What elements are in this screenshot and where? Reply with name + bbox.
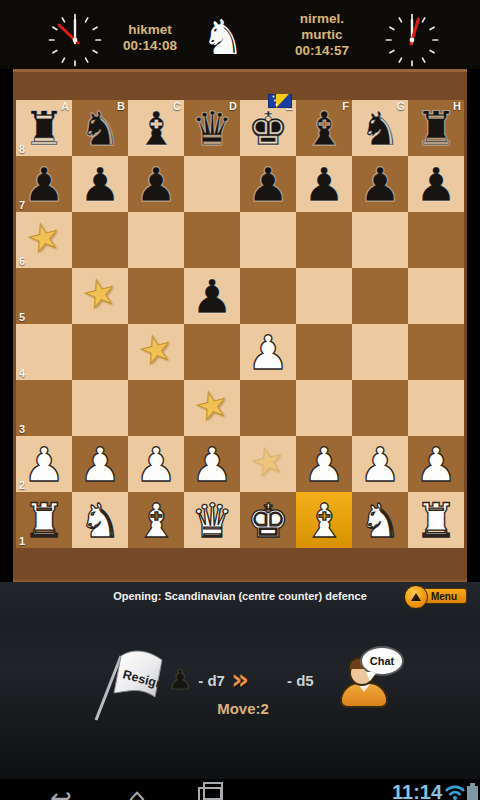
- square-a1[interactable]: 1♜: [16, 492, 72, 548]
- piece-white-pawn[interactable]: ♟: [184, 436, 240, 493]
- square-e6[interactable]: [240, 212, 296, 268]
- move-hint-star: ★: [234, 428, 302, 496]
- square-c8[interactable]: C♝: [128, 100, 184, 156]
- chat-button[interactable]: Chat: [334, 646, 404, 712]
- back-icon[interactable]: ↩: [50, 783, 72, 800]
- piece-black-pawn[interactable]: ♟: [408, 156, 464, 213]
- white-player-time: 00:14:08: [100, 38, 200, 54]
- black-player-time: 00:14:57: [272, 43, 372, 59]
- square-g1[interactable]: ♞: [352, 492, 408, 548]
- piece-white-pawn[interactable]: ♟: [296, 436, 352, 493]
- square-e7[interactable]: ♟: [240, 156, 296, 212]
- chess-board: A8♜B♞C♝D♛E♚F♝G♞H♜7♟♟♟♟♟♟♟6★5★♟4★♟3★2♟♟♟♟…: [16, 100, 464, 548]
- square-g5[interactable]: [352, 268, 408, 324]
- move-number-text: Move:2: [143, 700, 343, 717]
- move-hint-star: ★: [178, 372, 246, 440]
- piece-white-bishop[interactable]: ♝: [296, 492, 352, 549]
- square-d2[interactable]: ♟: [184, 436, 240, 492]
- chess-board-frame: A8♜B♞C♝D♛E♚F♝G♞H♜7♟♟♟♟♟♟♟6★5★♟4★♟3★2♟♟♟♟…: [13, 69, 467, 582]
- wifi-icon: [445, 784, 465, 800]
- square-h4[interactable]: [408, 324, 464, 380]
- black-player-name-line2: murtic: [272, 27, 372, 43]
- menu-up-arrow-button[interactable]: [404, 585, 428, 609]
- piece-black-pawn[interactable]: ♟: [72, 156, 128, 213]
- square-e4[interactable]: ♟: [240, 324, 296, 380]
- square-d6[interactable]: [184, 212, 240, 268]
- square-d5[interactable]: ♟: [184, 268, 240, 324]
- square-f1[interactable]: ♝: [296, 492, 352, 548]
- square-c6[interactable]: [128, 212, 184, 268]
- square-h6[interactable]: [408, 212, 464, 268]
- rank-label-3: 3: [19, 423, 25, 435]
- square-g7[interactable]: ♟: [352, 156, 408, 212]
- rank-label-4: 4: [19, 367, 25, 379]
- piece-white-king[interactable]: ♚: [240, 492, 296, 549]
- square-g8[interactable]: G♞: [352, 100, 408, 156]
- square-g2[interactable]: ♟: [352, 436, 408, 492]
- square-b7[interactable]: ♟: [72, 156, 128, 212]
- move-to-text: - d5: [287, 672, 314, 689]
- square-g3[interactable]: [352, 380, 408, 436]
- square-d7[interactable]: [184, 156, 240, 212]
- square-a8[interactable]: A8♜: [16, 100, 72, 156]
- home-icon[interactable]: ⌂: [128, 782, 146, 800]
- square-c7[interactable]: ♟: [128, 156, 184, 212]
- move-from-text: - d7: [198, 672, 225, 689]
- piece-white-rook[interactable]: ♜: [408, 492, 464, 549]
- bosnia-flag-icon: [268, 94, 292, 108]
- square-f7[interactable]: ♟: [296, 156, 352, 212]
- android-system-bar: ↩ ⌂ 11:14: [0, 779, 480, 800]
- square-h8[interactable]: H♜: [408, 100, 464, 156]
- square-f2[interactable]: ♟: [296, 436, 352, 492]
- square-f8[interactable]: F♝: [296, 100, 352, 156]
- black-player-name-line1: nirmel.: [272, 11, 372, 27]
- move-arrow-icon: »: [231, 663, 249, 696]
- battery-icon: [467, 786, 478, 800]
- square-b2[interactable]: ♟: [72, 436, 128, 492]
- square-b8[interactable]: B♞: [72, 100, 128, 156]
- piece-black-pawn[interactable]: ♟: [296, 156, 352, 213]
- move-hint-star: ★: [122, 316, 190, 384]
- black-player-clock-icon: [383, 11, 441, 69]
- file-label-C: C: [173, 100, 181, 112]
- square-e2[interactable]: ★: [240, 436, 296, 492]
- piece-black-pawn[interactable]: ♟: [240, 156, 296, 213]
- piece-white-knight[interactable]: ♞: [72, 492, 128, 549]
- square-f3[interactable]: [296, 380, 352, 436]
- black-player-info: nirmel. murtic 00:14:57: [272, 11, 372, 59]
- square-b3[interactable]: [72, 380, 128, 436]
- square-h3[interactable]: [408, 380, 464, 436]
- square-f6[interactable]: [296, 212, 352, 268]
- piece-black-pawn[interactable]: ♟: [184, 268, 240, 325]
- file-label-H: H: [453, 100, 461, 112]
- rank-label-8: 8: [19, 143, 25, 155]
- square-c2[interactable]: ♟: [128, 436, 184, 492]
- file-label-A: A: [61, 100, 69, 112]
- file-label-F: F: [342, 100, 349, 112]
- square-d8[interactable]: D♛: [184, 100, 240, 156]
- piece-black-pawn[interactable]: ♟: [352, 156, 408, 213]
- white-player-info: hikmet 00:14:08: [100, 22, 200, 54]
- white-knight-icon: ♞: [194, 8, 252, 66]
- game-header: hikmet 00:14:08 ♞ nirmel. murtic 00:14:5…: [0, 0, 480, 69]
- square-e8[interactable]: E♚: [240, 100, 296, 156]
- file-label-D: D: [229, 100, 237, 112]
- piece-white-pawn[interactable]: ♟: [128, 436, 184, 493]
- recent-apps-icon[interactable]: [198, 787, 222, 800]
- piece-white-pawn[interactable]: ♟: [352, 436, 408, 493]
- rank-label-6: 6: [19, 255, 25, 267]
- black-pawn-icon: ♟: [168, 663, 192, 697]
- white-player-clock-icon: [46, 11, 104, 69]
- rank-label-5: 5: [19, 311, 25, 323]
- piece-white-pawn[interactable]: ♟: [240, 324, 296, 381]
- rank-label-2: 2: [19, 479, 25, 491]
- chess-app-screen: hikmet 00:14:08 ♞ nirmel. murtic 00:14:5…: [0, 0, 480, 800]
- piece-white-pawn[interactable]: ♟: [408, 436, 464, 493]
- square-e1[interactable]: ♚: [240, 492, 296, 548]
- file-label-B: B: [117, 100, 125, 112]
- piece-white-knight[interactable]: ♞: [352, 492, 408, 549]
- move-hint-star: ★: [66, 260, 134, 328]
- white-player-name: hikmet: [100, 22, 200, 38]
- square-d1[interactable]: ♛: [184, 492, 240, 548]
- square-a2[interactable]: 2♟: [16, 436, 72, 492]
- square-a4[interactable]: 4: [16, 324, 72, 380]
- up-triangle-icon: [411, 593, 421, 601]
- system-clock: 11:14: [392, 781, 442, 800]
- last-move-indicator: ♟ - d7 » - d5: [168, 662, 314, 698]
- square-f4[interactable]: [296, 324, 352, 380]
- rank-label-1: 1: [19, 535, 25, 547]
- square-f5[interactable]: [296, 268, 352, 324]
- square-c3[interactable]: [128, 380, 184, 436]
- square-c1[interactable]: ♝: [128, 492, 184, 548]
- chat-bubble-icon: Chat: [360, 646, 404, 676]
- piece-white-pawn[interactable]: ♟: [72, 436, 128, 493]
- square-c4[interactable]: ★: [128, 324, 184, 380]
- lower-panel: Opening: Scandinavian (centre counter) d…: [0, 582, 480, 779]
- square-h7[interactable]: ♟: [408, 156, 464, 212]
- piece-white-bishop[interactable]: ♝: [128, 492, 184, 549]
- square-g4[interactable]: [352, 324, 408, 380]
- square-a3[interactable]: 3: [16, 380, 72, 436]
- square-d3[interactable]: ★: [184, 380, 240, 436]
- piece-black-pawn[interactable]: ♟: [128, 156, 184, 213]
- square-b1[interactable]: ♞: [72, 492, 128, 548]
- square-h5[interactable]: [408, 268, 464, 324]
- square-b4[interactable]: [72, 324, 128, 380]
- square-b5[interactable]: ★: [72, 268, 128, 324]
- square-h2[interactable]: ♟: [408, 436, 464, 492]
- square-h1[interactable]: ♜: [408, 492, 464, 548]
- square-g6[interactable]: [352, 212, 408, 268]
- file-label-G: G: [396, 100, 405, 112]
- square-a6[interactable]: 6★: [16, 212, 72, 268]
- square-e5[interactable]: [240, 268, 296, 324]
- rank-label-7: 7: [19, 199, 25, 211]
- square-a5[interactable]: 5: [16, 268, 72, 324]
- piece-white-queen[interactable]: ♛: [184, 492, 240, 549]
